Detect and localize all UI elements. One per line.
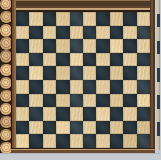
board-square[interactable] — [16, 80, 29, 94]
board-square[interactable] — [43, 134, 56, 148]
board-square[interactable] — [83, 94, 96, 108]
board-square[interactable] — [43, 39, 56, 53]
board-square[interactable] — [56, 53, 69, 67]
board-square[interactable] — [70, 66, 83, 80]
board-square[interactable] — [43, 66, 56, 80]
board-square[interactable] — [137, 66, 150, 80]
board-square[interactable] — [56, 107, 69, 121]
board-square[interactable] — [70, 107, 83, 121]
board-square[interactable] — [16, 121, 29, 135]
board-square[interactable] — [137, 80, 150, 94]
board-square[interactable] — [83, 121, 96, 135]
board-square[interactable] — [123, 121, 136, 135]
board-square[interactable] — [56, 121, 69, 135]
board-square[interactable] — [29, 66, 42, 80]
board-square[interactable] — [29, 53, 42, 67]
board-square[interactable] — [110, 26, 123, 40]
frame-top-rail — [11, 0, 155, 12]
board-square[interactable] — [110, 39, 123, 53]
board-square[interactable] — [29, 134, 42, 148]
board-square[interactable] — [137, 94, 150, 108]
board-square[interactable] — [110, 94, 123, 108]
photo-scene — [0, 0, 160, 160]
board-square[interactable] — [137, 53, 150, 67]
board-square[interactable] — [56, 26, 69, 40]
board-square[interactable] — [43, 12, 56, 26]
board-square[interactable] — [96, 94, 109, 108]
board-square[interactable] — [123, 94, 136, 108]
board-square[interactable] — [83, 39, 96, 53]
board-square[interactable] — [29, 94, 42, 108]
board-square[interactable] — [56, 12, 69, 26]
board-square[interactable] — [83, 53, 96, 67]
board-square[interactable] — [83, 107, 96, 121]
board-square[interactable] — [123, 53, 136, 67]
draughts-board — [16, 12, 150, 148]
board-square[interactable] — [123, 66, 136, 80]
board-square[interactable] — [123, 12, 136, 26]
board-square[interactable] — [96, 53, 109, 67]
board-square[interactable] — [123, 26, 136, 40]
board-square[interactable] — [70, 12, 83, 26]
board-square[interactable] — [43, 26, 56, 40]
board-square[interactable] — [137, 12, 150, 26]
board-square[interactable] — [110, 107, 123, 121]
board-square[interactable] — [43, 107, 56, 121]
board-square[interactable] — [56, 66, 69, 80]
board-square[interactable] — [137, 121, 150, 135]
board-square[interactable] — [110, 80, 123, 94]
board-square[interactable] — [70, 39, 83, 53]
board-square[interactable] — [96, 26, 109, 40]
board-square[interactable] — [110, 53, 123, 67]
board-square[interactable] — [110, 12, 123, 26]
board-square[interactable] — [56, 94, 69, 108]
board-square[interactable] — [56, 80, 69, 94]
background-gap — [155, 0, 160, 160]
board-square[interactable] — [16, 39, 29, 53]
board-square[interactable] — [29, 107, 42, 121]
board-square[interactable] — [70, 134, 83, 148]
board-square[interactable] — [43, 53, 56, 67]
board-square[interactable] — [16, 53, 29, 67]
board-square[interactable] — [70, 53, 83, 67]
board-square[interactable] — [137, 107, 150, 121]
board-square[interactable] — [16, 94, 29, 108]
board-square[interactable] — [16, 12, 29, 26]
board-square[interactable] — [123, 134, 136, 148]
board-square[interactable] — [110, 66, 123, 80]
board-square[interactable] — [70, 94, 83, 108]
board-square[interactable] — [43, 121, 56, 135]
board-square[interactable] — [123, 107, 136, 121]
board-square[interactable] — [96, 80, 109, 94]
board-square[interactable] — [56, 39, 69, 53]
board-square[interactable] — [96, 66, 109, 80]
board-square[interactable] — [16, 134, 29, 148]
board-square[interactable] — [56, 134, 69, 148]
board-square[interactable] — [16, 26, 29, 40]
board-square[interactable] — [16, 66, 29, 80]
board-square[interactable] — [123, 39, 136, 53]
board-square[interactable] — [83, 66, 96, 80]
board-square[interactable] — [70, 80, 83, 94]
adjacent-board-edge — [157, 0, 161, 150]
board-square[interactable] — [96, 107, 109, 121]
board-square[interactable] — [83, 12, 96, 26]
board-square[interactable] — [83, 26, 96, 40]
board-square[interactable] — [83, 134, 96, 148]
board-square[interactable] — [29, 12, 42, 26]
board-square[interactable] — [43, 94, 56, 108]
background-surface — [0, 153, 160, 160]
board-square[interactable] — [96, 134, 109, 148]
board-square[interactable] — [70, 26, 83, 40]
board-square[interactable] — [137, 134, 150, 148]
board-square[interactable] — [16, 107, 29, 121]
board-square[interactable] — [43, 80, 56, 94]
board-square[interactable] — [29, 26, 42, 40]
board-square[interactable] — [29, 39, 42, 53]
board-square[interactable] — [96, 12, 109, 26]
board-square[interactable] — [110, 121, 123, 135]
board-square[interactable] — [123, 80, 136, 94]
board-square[interactable] — [70, 121, 83, 135]
board-square[interactable] — [29, 121, 42, 135]
board-square[interactable] — [137, 39, 150, 53]
board-square[interactable] — [110, 134, 123, 148]
board-square[interactable] — [137, 26, 150, 40]
board-square[interactable] — [29, 80, 42, 94]
board-square[interactable] — [96, 39, 109, 53]
board-square[interactable] — [83, 80, 96, 94]
board-square[interactable] — [96, 121, 109, 135]
